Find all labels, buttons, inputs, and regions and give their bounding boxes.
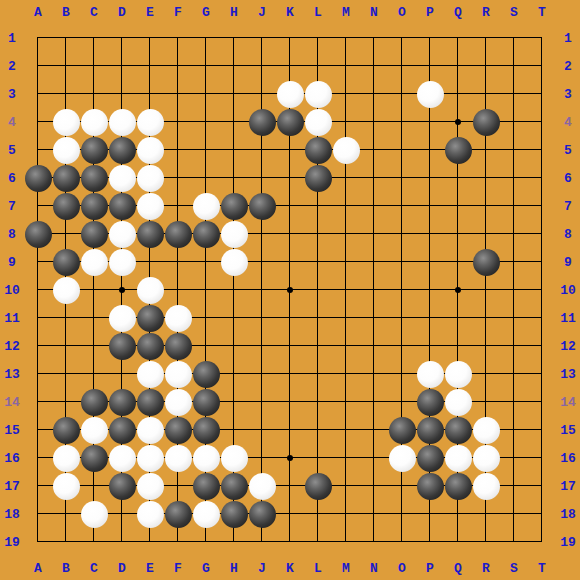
- cell-E2[interactable]: [136, 52, 164, 80]
- cell-G16[interactable]: [192, 444, 220, 472]
- cell-A6[interactable]: [24, 164, 52, 192]
- cell-O19[interactable]: [388, 528, 416, 556]
- cell-K14[interactable]: [276, 388, 304, 416]
- cell-D4[interactable]: [108, 108, 136, 136]
- cell-R14[interactable]: [472, 388, 500, 416]
- cell-G17[interactable]: [192, 472, 220, 500]
- cell-D1[interactable]: [108, 24, 136, 52]
- cell-J17[interactable]: [248, 472, 276, 500]
- cell-A10[interactable]: [24, 276, 52, 304]
- cell-S3[interactable]: [500, 80, 528, 108]
- cell-M5[interactable]: [332, 136, 360, 164]
- cell-K8[interactable]: [276, 220, 304, 248]
- cell-Q7[interactable]: [444, 192, 472, 220]
- cell-O11[interactable]: [388, 304, 416, 332]
- cell-T12[interactable]: [528, 332, 556, 360]
- cell-F8[interactable]: [164, 220, 192, 248]
- cell-Q2[interactable]: [444, 52, 472, 80]
- cell-M17[interactable]: [332, 472, 360, 500]
- cell-L18[interactable]: [304, 500, 332, 528]
- cell-R11[interactable]: [472, 304, 500, 332]
- cell-S5[interactable]: [500, 136, 528, 164]
- cell-A5[interactable]: [24, 136, 52, 164]
- cell-E7[interactable]: [136, 192, 164, 220]
- cell-O13[interactable]: [388, 360, 416, 388]
- cell-M13[interactable]: [332, 360, 360, 388]
- cell-L4[interactable]: [304, 108, 332, 136]
- cell-F13[interactable]: [164, 360, 192, 388]
- cell-D3[interactable]: [108, 80, 136, 108]
- cell-P15[interactable]: [416, 416, 444, 444]
- cell-F19[interactable]: [164, 528, 192, 556]
- cell-G14[interactable]: [192, 388, 220, 416]
- cell-P12[interactable]: [416, 332, 444, 360]
- cell-P19[interactable]: [416, 528, 444, 556]
- cell-P14[interactable]: [416, 388, 444, 416]
- cell-P11[interactable]: [416, 304, 444, 332]
- cell-B9[interactable]: [52, 248, 80, 276]
- cell-Q13[interactable]: [444, 360, 472, 388]
- cell-O17[interactable]: [388, 472, 416, 500]
- cell-F17[interactable]: [164, 472, 192, 500]
- cell-Q4[interactable]: [444, 108, 472, 136]
- cell-G2[interactable]: [192, 52, 220, 80]
- cell-F10[interactable]: [164, 276, 192, 304]
- cell-E18[interactable]: [136, 500, 164, 528]
- cell-R7[interactable]: [472, 192, 500, 220]
- cell-E8[interactable]: [136, 220, 164, 248]
- cell-P18[interactable]: [416, 500, 444, 528]
- cell-K3[interactable]: [276, 80, 304, 108]
- cell-D10[interactable]: [108, 276, 136, 304]
- cell-P9[interactable]: [416, 248, 444, 276]
- cell-F14[interactable]: [164, 388, 192, 416]
- cell-O14[interactable]: [388, 388, 416, 416]
- cell-L14[interactable]: [304, 388, 332, 416]
- cell-M15[interactable]: [332, 416, 360, 444]
- cell-T14[interactable]: [528, 388, 556, 416]
- cell-Q9[interactable]: [444, 248, 472, 276]
- cell-G15[interactable]: [192, 416, 220, 444]
- cell-A19[interactable]: [24, 528, 52, 556]
- cell-O16[interactable]: [388, 444, 416, 472]
- cell-T10[interactable]: [528, 276, 556, 304]
- cell-Q18[interactable]: [444, 500, 472, 528]
- cell-P5[interactable]: [416, 136, 444, 164]
- cell-M18[interactable]: [332, 500, 360, 528]
- cell-L10[interactable]: [304, 276, 332, 304]
- cell-E19[interactable]: [136, 528, 164, 556]
- cell-H19[interactable]: [220, 528, 248, 556]
- cell-N14[interactable]: [360, 388, 388, 416]
- cell-R17[interactable]: [472, 472, 500, 500]
- cell-T4[interactable]: [528, 108, 556, 136]
- cell-H9[interactable]: [220, 248, 248, 276]
- cell-R1[interactable]: [472, 24, 500, 52]
- cell-S19[interactable]: [500, 528, 528, 556]
- cell-P7[interactable]: [416, 192, 444, 220]
- cell-T6[interactable]: [528, 164, 556, 192]
- cell-H2[interactable]: [220, 52, 248, 80]
- cell-E4[interactable]: [136, 108, 164, 136]
- cell-S17[interactable]: [500, 472, 528, 500]
- cell-M1[interactable]: [332, 24, 360, 52]
- cell-L11[interactable]: [304, 304, 332, 332]
- cell-B7[interactable]: [52, 192, 80, 220]
- cell-C11[interactable]: [80, 304, 108, 332]
- cell-F5[interactable]: [164, 136, 192, 164]
- cell-D12[interactable]: [108, 332, 136, 360]
- cell-J12[interactable]: [248, 332, 276, 360]
- cell-G1[interactable]: [192, 24, 220, 52]
- cell-C15[interactable]: [80, 416, 108, 444]
- cell-C19[interactable]: [80, 528, 108, 556]
- cell-B11[interactable]: [52, 304, 80, 332]
- cell-F1[interactable]: [164, 24, 192, 52]
- cell-S4[interactable]: [500, 108, 528, 136]
- cell-J18[interactable]: [248, 500, 276, 528]
- cell-Q15[interactable]: [444, 416, 472, 444]
- cell-L9[interactable]: [304, 248, 332, 276]
- cell-B1[interactable]: [52, 24, 80, 52]
- cell-D2[interactable]: [108, 52, 136, 80]
- cell-L13[interactable]: [304, 360, 332, 388]
- cell-R16[interactable]: [472, 444, 500, 472]
- cell-R3[interactable]: [472, 80, 500, 108]
- cell-F7[interactable]: [164, 192, 192, 220]
- cell-B10[interactable]: [52, 276, 80, 304]
- cell-G9[interactable]: [192, 248, 220, 276]
- cell-C18[interactable]: [80, 500, 108, 528]
- cell-L12[interactable]: [304, 332, 332, 360]
- cell-H13[interactable]: [220, 360, 248, 388]
- cell-G19[interactable]: [192, 528, 220, 556]
- cell-M6[interactable]: [332, 164, 360, 192]
- cell-J7[interactable]: [248, 192, 276, 220]
- cell-F16[interactable]: [164, 444, 192, 472]
- cell-K19[interactable]: [276, 528, 304, 556]
- cell-S12[interactable]: [500, 332, 528, 360]
- cell-M11[interactable]: [332, 304, 360, 332]
- cell-Q17[interactable]: [444, 472, 472, 500]
- cell-A9[interactable]: [24, 248, 52, 276]
- cell-H4[interactable]: [220, 108, 248, 136]
- cell-C13[interactable]: [80, 360, 108, 388]
- cell-M16[interactable]: [332, 444, 360, 472]
- cell-L5[interactable]: [304, 136, 332, 164]
- cell-B8[interactable]: [52, 220, 80, 248]
- cell-J4[interactable]: [248, 108, 276, 136]
- cell-H3[interactable]: [220, 80, 248, 108]
- cell-A12[interactable]: [24, 332, 52, 360]
- cell-N5[interactable]: [360, 136, 388, 164]
- cell-C2[interactable]: [80, 52, 108, 80]
- cell-G3[interactable]: [192, 80, 220, 108]
- cell-G8[interactable]: [192, 220, 220, 248]
- cell-E6[interactable]: [136, 164, 164, 192]
- cell-G4[interactable]: [192, 108, 220, 136]
- cell-R12[interactable]: [472, 332, 500, 360]
- cell-P4[interactable]: [416, 108, 444, 136]
- cell-P17[interactable]: [416, 472, 444, 500]
- cell-P6[interactable]: [416, 164, 444, 192]
- cell-G13[interactable]: [192, 360, 220, 388]
- cell-T7[interactable]: [528, 192, 556, 220]
- cell-F15[interactable]: [164, 416, 192, 444]
- cell-M12[interactable]: [332, 332, 360, 360]
- cell-S16[interactable]: [500, 444, 528, 472]
- cell-O5[interactable]: [388, 136, 416, 164]
- cell-D7[interactable]: [108, 192, 136, 220]
- cell-D18[interactable]: [108, 500, 136, 528]
- cell-J14[interactable]: [248, 388, 276, 416]
- cell-J3[interactable]: [248, 80, 276, 108]
- cell-O12[interactable]: [388, 332, 416, 360]
- cell-R18[interactable]: [472, 500, 500, 528]
- cell-E1[interactable]: [136, 24, 164, 52]
- cell-Q14[interactable]: [444, 388, 472, 416]
- cell-S10[interactable]: [500, 276, 528, 304]
- cell-L2[interactable]: [304, 52, 332, 80]
- cell-D5[interactable]: [108, 136, 136, 164]
- cell-H14[interactable]: [220, 388, 248, 416]
- cell-E5[interactable]: [136, 136, 164, 164]
- cell-M19[interactable]: [332, 528, 360, 556]
- cell-S18[interactable]: [500, 500, 528, 528]
- cell-J11[interactable]: [248, 304, 276, 332]
- cell-Q6[interactable]: [444, 164, 472, 192]
- cell-S13[interactable]: [500, 360, 528, 388]
- cell-E15[interactable]: [136, 416, 164, 444]
- cell-J2[interactable]: [248, 52, 276, 80]
- cell-H11[interactable]: [220, 304, 248, 332]
- cell-S8[interactable]: [500, 220, 528, 248]
- cell-O7[interactable]: [388, 192, 416, 220]
- cell-Q16[interactable]: [444, 444, 472, 472]
- cell-B17[interactable]: [52, 472, 80, 500]
- cell-R4[interactable]: [472, 108, 500, 136]
- cell-N16[interactable]: [360, 444, 388, 472]
- cell-S14[interactable]: [500, 388, 528, 416]
- cell-B12[interactable]: [52, 332, 80, 360]
- cell-E14[interactable]: [136, 388, 164, 416]
- cell-S7[interactable]: [500, 192, 528, 220]
- cell-N4[interactable]: [360, 108, 388, 136]
- cell-D11[interactable]: [108, 304, 136, 332]
- cell-D13[interactable]: [108, 360, 136, 388]
- cell-B16[interactable]: [52, 444, 80, 472]
- cell-T19[interactable]: [528, 528, 556, 556]
- cell-J10[interactable]: [248, 276, 276, 304]
- cell-K13[interactable]: [276, 360, 304, 388]
- cell-O8[interactable]: [388, 220, 416, 248]
- cell-N2[interactable]: [360, 52, 388, 80]
- cell-P3[interactable]: [416, 80, 444, 108]
- cell-O18[interactable]: [388, 500, 416, 528]
- cell-P8[interactable]: [416, 220, 444, 248]
- cell-A17[interactable]: [24, 472, 52, 500]
- cell-E11[interactable]: [136, 304, 164, 332]
- cell-K1[interactable]: [276, 24, 304, 52]
- cell-K11[interactable]: [276, 304, 304, 332]
- cell-F3[interactable]: [164, 80, 192, 108]
- cell-E3[interactable]: [136, 80, 164, 108]
- cell-K17[interactable]: [276, 472, 304, 500]
- cell-S11[interactable]: [500, 304, 528, 332]
- cell-S15[interactable]: [500, 416, 528, 444]
- cell-Q10[interactable]: [444, 276, 472, 304]
- cell-N19[interactable]: [360, 528, 388, 556]
- cell-L6[interactable]: [304, 164, 332, 192]
- cell-K12[interactable]: [276, 332, 304, 360]
- cell-A15[interactable]: [24, 416, 52, 444]
- cell-K2[interactable]: [276, 52, 304, 80]
- cell-A13[interactable]: [24, 360, 52, 388]
- cell-T13[interactable]: [528, 360, 556, 388]
- cell-L16[interactable]: [304, 444, 332, 472]
- cell-G11[interactable]: [192, 304, 220, 332]
- cell-M3[interactable]: [332, 80, 360, 108]
- cell-H18[interactable]: [220, 500, 248, 528]
- cell-C16[interactable]: [80, 444, 108, 472]
- cell-B2[interactable]: [52, 52, 80, 80]
- cell-J8[interactable]: [248, 220, 276, 248]
- cell-F11[interactable]: [164, 304, 192, 332]
- cell-K4[interactable]: [276, 108, 304, 136]
- cell-O1[interactable]: [388, 24, 416, 52]
- cell-L17[interactable]: [304, 472, 332, 500]
- cell-D8[interactable]: [108, 220, 136, 248]
- cell-T5[interactable]: [528, 136, 556, 164]
- cell-Q12[interactable]: [444, 332, 472, 360]
- cell-M8[interactable]: [332, 220, 360, 248]
- cell-H7[interactable]: [220, 192, 248, 220]
- cell-A7[interactable]: [24, 192, 52, 220]
- cell-D9[interactable]: [108, 248, 136, 276]
- cell-J9[interactable]: [248, 248, 276, 276]
- cell-R6[interactable]: [472, 164, 500, 192]
- cell-O15[interactable]: [388, 416, 416, 444]
- cell-K10[interactable]: [276, 276, 304, 304]
- cell-T17[interactable]: [528, 472, 556, 500]
- cell-T11[interactable]: [528, 304, 556, 332]
- cell-R8[interactable]: [472, 220, 500, 248]
- cell-B6[interactable]: [52, 164, 80, 192]
- cell-C1[interactable]: [80, 24, 108, 52]
- cell-Q8[interactable]: [444, 220, 472, 248]
- cell-E12[interactable]: [136, 332, 164, 360]
- cell-F18[interactable]: [164, 500, 192, 528]
- cell-K9[interactable]: [276, 248, 304, 276]
- cell-A4[interactable]: [24, 108, 52, 136]
- cell-L15[interactable]: [304, 416, 332, 444]
- cell-B15[interactable]: [52, 416, 80, 444]
- cell-C9[interactable]: [80, 248, 108, 276]
- cell-N7[interactable]: [360, 192, 388, 220]
- cell-D17[interactable]: [108, 472, 136, 500]
- cell-A8[interactable]: [24, 220, 52, 248]
- cell-B3[interactable]: [52, 80, 80, 108]
- cell-H6[interactable]: [220, 164, 248, 192]
- cell-N17[interactable]: [360, 472, 388, 500]
- cell-R9[interactable]: [472, 248, 500, 276]
- cell-P2[interactable]: [416, 52, 444, 80]
- cell-N13[interactable]: [360, 360, 388, 388]
- cell-C6[interactable]: [80, 164, 108, 192]
- cell-G5[interactable]: [192, 136, 220, 164]
- cell-R5[interactable]: [472, 136, 500, 164]
- cell-F9[interactable]: [164, 248, 192, 276]
- cell-E10[interactable]: [136, 276, 164, 304]
- cell-R2[interactable]: [472, 52, 500, 80]
- cell-Q11[interactable]: [444, 304, 472, 332]
- cell-M2[interactable]: [332, 52, 360, 80]
- cell-J13[interactable]: [248, 360, 276, 388]
- cell-K18[interactable]: [276, 500, 304, 528]
- cell-O2[interactable]: [388, 52, 416, 80]
- cell-P1[interactable]: [416, 24, 444, 52]
- cell-A16[interactable]: [24, 444, 52, 472]
- cell-T3[interactable]: [528, 80, 556, 108]
- cell-L8[interactable]: [304, 220, 332, 248]
- cell-F4[interactable]: [164, 108, 192, 136]
- cell-Q1[interactable]: [444, 24, 472, 52]
- cell-J15[interactable]: [248, 416, 276, 444]
- cell-N6[interactable]: [360, 164, 388, 192]
- cell-E13[interactable]: [136, 360, 164, 388]
- cell-T16[interactable]: [528, 444, 556, 472]
- cell-J5[interactable]: [248, 136, 276, 164]
- cell-S2[interactable]: [500, 52, 528, 80]
- cell-N1[interactable]: [360, 24, 388, 52]
- cell-P10[interactable]: [416, 276, 444, 304]
- cell-L7[interactable]: [304, 192, 332, 220]
- cell-A18[interactable]: [24, 500, 52, 528]
- cell-B5[interactable]: [52, 136, 80, 164]
- cell-S9[interactable]: [500, 248, 528, 276]
- cell-G18[interactable]: [192, 500, 220, 528]
- cell-H1[interactable]: [220, 24, 248, 52]
- cell-Q3[interactable]: [444, 80, 472, 108]
- cell-B19[interactable]: [52, 528, 80, 556]
- cell-T9[interactable]: [528, 248, 556, 276]
- cell-T15[interactable]: [528, 416, 556, 444]
- cell-N8[interactable]: [360, 220, 388, 248]
- cell-L1[interactable]: [304, 24, 332, 52]
- cell-K5[interactable]: [276, 136, 304, 164]
- cell-E17[interactable]: [136, 472, 164, 500]
- cell-B13[interactable]: [52, 360, 80, 388]
- cell-L3[interactable]: [304, 80, 332, 108]
- cell-T2[interactable]: [528, 52, 556, 80]
- cell-G7[interactable]: [192, 192, 220, 220]
- cell-F12[interactable]: [164, 332, 192, 360]
- cell-A14[interactable]: [24, 388, 52, 416]
- cell-C12[interactable]: [80, 332, 108, 360]
- cell-H17[interactable]: [220, 472, 248, 500]
- cell-O3[interactable]: [388, 80, 416, 108]
- cell-N12[interactable]: [360, 332, 388, 360]
- cell-P16[interactable]: [416, 444, 444, 472]
- cell-K16[interactable]: [276, 444, 304, 472]
- cell-H16[interactable]: [220, 444, 248, 472]
- cell-H12[interactable]: [220, 332, 248, 360]
- cell-N3[interactable]: [360, 80, 388, 108]
- cell-D16[interactable]: [108, 444, 136, 472]
- cell-A11[interactable]: [24, 304, 52, 332]
- cell-H10[interactable]: [220, 276, 248, 304]
- cell-C14[interactable]: [80, 388, 108, 416]
